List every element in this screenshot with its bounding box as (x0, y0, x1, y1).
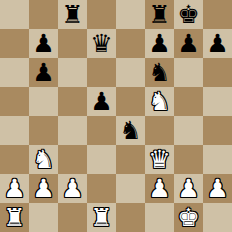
square-a7[interactable] (0, 29, 29, 58)
square-a3[interactable] (0, 145, 29, 174)
square-d2[interactable] (87, 174, 116, 203)
square-f2[interactable]: ♟ (145, 174, 174, 203)
square-e1[interactable] (116, 203, 145, 232)
square-g4[interactable] (174, 116, 203, 145)
square-c5[interactable] (58, 87, 87, 116)
square-f8[interactable]: ♜ (145, 0, 174, 29)
white-queen-f3: ♛ (148, 145, 170, 174)
square-b8[interactable] (29, 0, 58, 29)
black-pawn-b6: ♟ (32, 58, 54, 87)
square-a5[interactable] (0, 87, 29, 116)
black-king-g8: ♚ (177, 0, 199, 29)
white-knight-f5: ♞ (148, 87, 170, 116)
square-e2[interactable] (116, 174, 145, 203)
square-d6[interactable] (87, 58, 116, 87)
black-pawn-g7: ♟ (177, 29, 199, 58)
black-rook-c8: ♜ (61, 0, 83, 29)
white-rook-d1: ♜ (90, 203, 112, 232)
square-g1[interactable]: ♚ (174, 203, 203, 232)
white-knight-b3: ♞ (32, 145, 54, 174)
black-knight-e4: ♞ (119, 116, 141, 145)
square-b3[interactable]: ♞ (29, 145, 58, 174)
square-b6[interactable]: ♟ (29, 58, 58, 87)
square-e6[interactable] (116, 58, 145, 87)
square-c4[interactable] (58, 116, 87, 145)
black-pawn-f7: ♟ (148, 29, 170, 58)
square-d1[interactable]: ♜ (87, 203, 116, 232)
square-f5[interactable]: ♞ (145, 87, 174, 116)
square-b1[interactable] (29, 203, 58, 232)
white-rook-a1: ♜ (3, 203, 25, 232)
square-b5[interactable] (29, 87, 58, 116)
square-c3[interactable] (58, 145, 87, 174)
square-g6[interactable] (174, 58, 203, 87)
square-g7[interactable]: ♟ (174, 29, 203, 58)
black-queen-d7: ♛ (90, 29, 112, 58)
square-h3[interactable] (203, 145, 232, 174)
square-h5[interactable] (203, 87, 232, 116)
square-e3[interactable] (116, 145, 145, 174)
square-d5[interactable]: ♟ (87, 87, 116, 116)
square-g8[interactable]: ♚ (174, 0, 203, 29)
square-h4[interactable] (203, 116, 232, 145)
square-d7[interactable]: ♛ (87, 29, 116, 58)
square-c6[interactable] (58, 58, 87, 87)
black-pawn-d5: ♟ (90, 87, 112, 116)
square-b7[interactable]: ♟ (29, 29, 58, 58)
white-pawn-b2: ♟ (32, 174, 54, 203)
square-d8[interactable] (87, 0, 116, 29)
chess-board: ♜♜♚♟♛♟♟♟♟♞♟♞♞♞♛♟♟♟♟♟♟♜♜♚ (0, 0, 232, 232)
square-e4[interactable]: ♞ (116, 116, 145, 145)
white-king-g1: ♚ (177, 203, 199, 232)
square-e7[interactable] (116, 29, 145, 58)
white-pawn-a2: ♟ (3, 174, 25, 203)
square-d3[interactable] (87, 145, 116, 174)
square-h8[interactable] (203, 0, 232, 29)
white-pawn-f2: ♟ (148, 174, 170, 203)
square-f6[interactable]: ♞ (145, 58, 174, 87)
square-c8[interactable]: ♜ (58, 0, 87, 29)
square-e8[interactable] (116, 0, 145, 29)
square-a6[interactable] (0, 58, 29, 87)
square-f4[interactable] (145, 116, 174, 145)
square-g2[interactable]: ♟ (174, 174, 203, 203)
square-a4[interactable] (0, 116, 29, 145)
square-h1[interactable] (203, 203, 232, 232)
square-f3[interactable]: ♛ (145, 145, 174, 174)
square-h2[interactable]: ♟ (203, 174, 232, 203)
square-g3[interactable] (174, 145, 203, 174)
square-h7[interactable]: ♟ (203, 29, 232, 58)
square-f7[interactable]: ♟ (145, 29, 174, 58)
square-a8[interactable] (0, 0, 29, 29)
white-pawn-g2: ♟ (177, 174, 199, 203)
black-rook-f8: ♜ (148, 0, 170, 29)
white-pawn-h2: ♟ (206, 174, 228, 203)
square-d4[interactable] (87, 116, 116, 145)
square-a2[interactable]: ♟ (0, 174, 29, 203)
square-a1[interactable]: ♜ (0, 203, 29, 232)
square-c2[interactable]: ♟ (58, 174, 87, 203)
square-c7[interactable] (58, 29, 87, 58)
black-knight-f6: ♞ (148, 58, 170, 87)
black-pawn-h7: ♟ (206, 29, 228, 58)
square-h6[interactable] (203, 58, 232, 87)
square-g5[interactable] (174, 87, 203, 116)
square-c1[interactable] (58, 203, 87, 232)
square-b2[interactable]: ♟ (29, 174, 58, 203)
black-pawn-b7: ♟ (32, 29, 54, 58)
square-f1[interactable] (145, 203, 174, 232)
square-e5[interactable] (116, 87, 145, 116)
white-pawn-c2: ♟ (61, 174, 83, 203)
square-b4[interactable] (29, 116, 58, 145)
